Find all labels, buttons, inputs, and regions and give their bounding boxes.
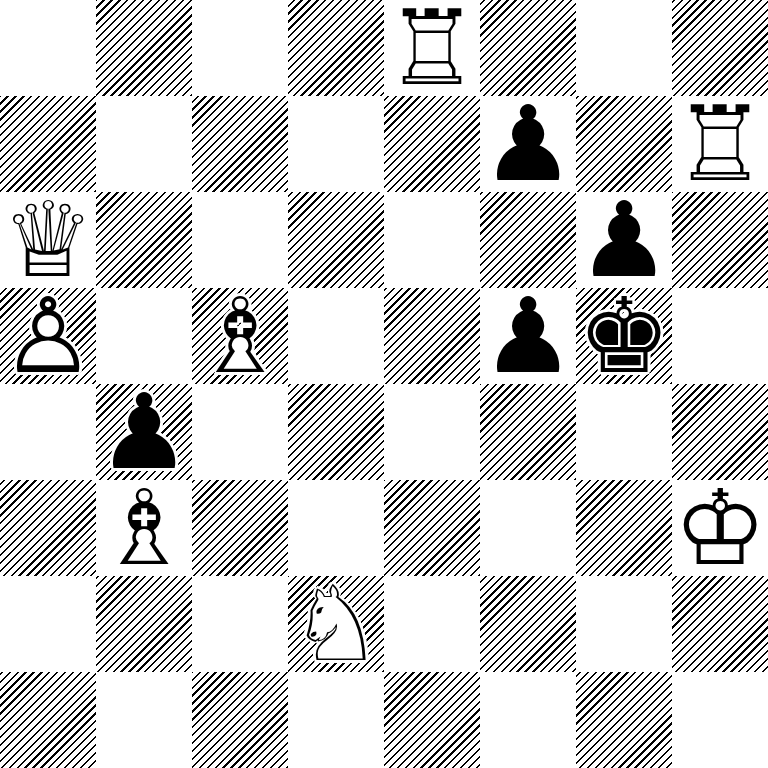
square-d3[interactable] xyxy=(288,480,384,576)
black-pawn-glyph: ♟ xyxy=(576,192,672,288)
square-h5[interactable] xyxy=(672,288,768,384)
white-queen-glyph: ♕ xyxy=(0,192,96,288)
white-rook-h7: ♜♖ xyxy=(672,96,768,192)
white-queen-a6: ♛♕ xyxy=(0,192,96,288)
white-bishop-c5: ♝♗ xyxy=(192,288,288,384)
square-a8[interactable] xyxy=(0,0,96,96)
white-king-glyph: ♔ xyxy=(672,480,768,576)
square-b4[interactable]: ♟♟ xyxy=(96,384,192,480)
white-king-silhouette: ♚ xyxy=(672,480,768,576)
square-g6[interactable]: ♟♟ xyxy=(576,192,672,288)
square-f1[interactable] xyxy=(480,672,576,768)
square-a5[interactable]: ♟♙ xyxy=(0,288,96,384)
square-b8[interactable] xyxy=(96,0,192,96)
white-rook-silhouette: ♜ xyxy=(672,96,768,192)
white-bishop-silhouette: ♝ xyxy=(96,480,192,576)
black-pawn-silhouette: ♟ xyxy=(576,192,672,288)
square-e4[interactable] xyxy=(384,384,480,480)
square-a2[interactable] xyxy=(0,576,96,672)
square-h6[interactable] xyxy=(672,192,768,288)
white-rook-glyph: ♖ xyxy=(672,96,768,192)
square-b5[interactable] xyxy=(96,288,192,384)
square-e1[interactable] xyxy=(384,672,480,768)
black-pawn-f7: ♟♟ xyxy=(480,96,576,192)
square-e8[interactable]: ♜♖ xyxy=(384,0,480,96)
white-pawn-silhouette: ♟ xyxy=(0,288,96,384)
square-b2[interactable] xyxy=(96,576,192,672)
square-c6[interactable] xyxy=(192,192,288,288)
square-f2[interactable] xyxy=(480,576,576,672)
black-pawn-f5: ♟♟ xyxy=(480,288,576,384)
square-h1[interactable] xyxy=(672,672,768,768)
square-d8[interactable] xyxy=(288,0,384,96)
black-king-g5: ♚♚ xyxy=(576,288,672,384)
square-d6[interactable] xyxy=(288,192,384,288)
square-h4[interactable] xyxy=(672,384,768,480)
square-f8[interactable] xyxy=(480,0,576,96)
square-b6[interactable] xyxy=(96,192,192,288)
square-a4[interactable] xyxy=(0,384,96,480)
square-f6[interactable] xyxy=(480,192,576,288)
white-knight-d2: ♞♘ xyxy=(288,576,384,672)
black-pawn-silhouette: ♟ xyxy=(480,96,576,192)
white-bishop-glyph: ♗ xyxy=(96,480,192,576)
square-f5[interactable]: ♟♟ xyxy=(480,288,576,384)
white-rook-silhouette: ♜ xyxy=(384,0,480,96)
black-king-glyph: ♚ xyxy=(576,288,672,384)
white-bishop-b3: ♝♗ xyxy=(96,480,192,576)
black-pawn-glyph: ♟ xyxy=(96,384,192,480)
chess-board: ♜♖♟♟♜♖♛♕♟♟♟♙♝♗♟♟♚♚♟♟♝♗♚♔♞♘ xyxy=(0,0,768,768)
square-a1[interactable] xyxy=(0,672,96,768)
square-f7[interactable]: ♟♟ xyxy=(480,96,576,192)
black-pawn-g6: ♟♟ xyxy=(576,192,672,288)
white-rook-e8: ♜♖ xyxy=(384,0,480,96)
square-b3[interactable]: ♝♗ xyxy=(96,480,192,576)
white-bishop-glyph: ♗ xyxy=(192,288,288,384)
square-d7[interactable] xyxy=(288,96,384,192)
white-pawn-glyph: ♙ xyxy=(0,288,96,384)
square-f3[interactable] xyxy=(480,480,576,576)
square-a7[interactable] xyxy=(0,96,96,192)
square-e3[interactable] xyxy=(384,480,480,576)
square-c4[interactable] xyxy=(192,384,288,480)
square-g1[interactable] xyxy=(576,672,672,768)
square-e6[interactable] xyxy=(384,192,480,288)
square-c3[interactable] xyxy=(192,480,288,576)
square-g4[interactable] xyxy=(576,384,672,480)
black-pawn-glyph: ♟ xyxy=(480,96,576,192)
square-d4[interactable] xyxy=(288,384,384,480)
square-g2[interactable] xyxy=(576,576,672,672)
white-knight-silhouette: ♞ xyxy=(288,576,384,672)
black-pawn-silhouette: ♟ xyxy=(96,384,192,480)
black-pawn-b4: ♟♟ xyxy=(96,384,192,480)
square-g7[interactable] xyxy=(576,96,672,192)
square-f4[interactable] xyxy=(480,384,576,480)
square-h3[interactable]: ♚♔ xyxy=(672,480,768,576)
square-g3[interactable] xyxy=(576,480,672,576)
white-queen-silhouette: ♛ xyxy=(0,192,96,288)
square-c1[interactable] xyxy=(192,672,288,768)
square-e7[interactable] xyxy=(384,96,480,192)
square-h2[interactable] xyxy=(672,576,768,672)
square-c5[interactable]: ♝♗ xyxy=(192,288,288,384)
square-a6[interactable]: ♛♕ xyxy=(0,192,96,288)
white-knight-glyph: ♘ xyxy=(288,576,384,672)
square-b1[interactable] xyxy=(96,672,192,768)
square-d1[interactable] xyxy=(288,672,384,768)
square-c2[interactable] xyxy=(192,576,288,672)
black-pawn-glyph: ♟ xyxy=(480,288,576,384)
square-c7[interactable] xyxy=(192,96,288,192)
white-king-h3: ♚♔ xyxy=(672,480,768,576)
square-c8[interactable] xyxy=(192,0,288,96)
white-bishop-silhouette: ♝ xyxy=(192,288,288,384)
white-rook-glyph: ♖ xyxy=(384,0,480,96)
black-pawn-silhouette: ♟ xyxy=(480,288,576,384)
black-king-silhouette: ♚ xyxy=(576,288,672,384)
white-pawn-a5: ♟♙ xyxy=(0,288,96,384)
square-e2[interactable] xyxy=(384,576,480,672)
square-a3[interactable] xyxy=(0,480,96,576)
square-b7[interactable] xyxy=(96,96,192,192)
square-h8[interactable] xyxy=(672,0,768,96)
square-e5[interactable] xyxy=(384,288,480,384)
square-g8[interactable] xyxy=(576,0,672,96)
square-d2[interactable]: ♞♘ xyxy=(288,576,384,672)
square-d5[interactable] xyxy=(288,288,384,384)
square-h7[interactable]: ♜♖ xyxy=(672,96,768,192)
square-g5[interactable]: ♚♚ xyxy=(576,288,672,384)
